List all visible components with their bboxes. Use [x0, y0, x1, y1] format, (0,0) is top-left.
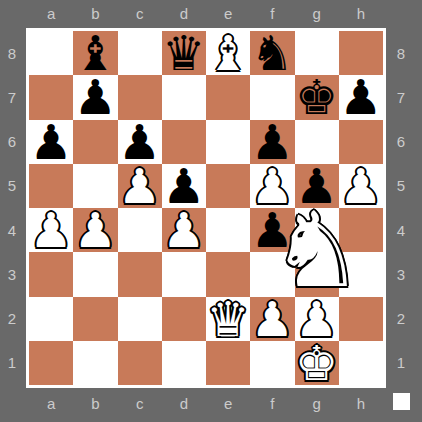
coordinate-label-g: g [295, 388, 339, 418]
coordinate-label-b: b [73, 388, 117, 418]
square-a4[interactable]: ♟ [29, 208, 73, 252]
coordinate-label-f: f [250, 0, 294, 26]
coordinate-label-3: 3 [0, 252, 24, 296]
square-e2[interactable]: ♛ [206, 297, 250, 341]
black-pawn-icon: ♟ [118, 118, 161, 166]
square-b3[interactable] [73, 252, 117, 296]
coordinate-label-h: h [339, 0, 383, 26]
square-e5[interactable] [206, 164, 250, 208]
square-f6[interactable]: ♟ [250, 120, 294, 164]
square-g6[interactable] [295, 120, 339, 164]
square-e8[interactable]: ♝ [206, 31, 250, 75]
coordinate-label-1: 1 [388, 341, 414, 385]
square-g8[interactable] [295, 31, 339, 75]
square-h8[interactable] [339, 31, 383, 75]
square-c4[interactable] [118, 208, 162, 252]
coordinate-label-1: 1 [0, 341, 24, 385]
square-f7[interactable] [250, 75, 294, 119]
square-d6[interactable] [162, 120, 206, 164]
white-pawn-icon: ♟ [118, 162, 161, 210]
coordinate-label-2: 2 [388, 297, 414, 341]
square-f1[interactable] [250, 341, 294, 385]
square-h2[interactable] [339, 297, 383, 341]
square-e4[interactable] [206, 208, 250, 252]
square-b6[interactable] [73, 120, 117, 164]
white-pawn-icon: ♟ [162, 206, 205, 254]
square-a6[interactable]: ♟ [29, 120, 73, 164]
square-d8[interactable]: ♛ [162, 31, 206, 75]
square-c8[interactable] [118, 31, 162, 75]
white-pawn-icon: ♟ [74, 206, 117, 254]
square-c6[interactable]: ♟ [118, 120, 162, 164]
square-a5[interactable] [29, 164, 73, 208]
coordinate-label-e: e [206, 388, 250, 418]
square-a2[interactable] [29, 297, 73, 341]
square-h1[interactable] [339, 341, 383, 385]
coordinate-label-b: b [73, 0, 117, 26]
black-pawn-icon: ♟ [30, 118, 73, 166]
black-pawn-icon: ♟ [339, 73, 382, 121]
white-knight-icon: ♞ [270, 198, 363, 302]
white-pawn-icon: ♟ [295, 295, 338, 343]
dragged-white-knight[interactable]: ♞ [269, 202, 365, 298]
coordinate-label-g: g [295, 0, 339, 26]
coordinate-label-c: c [118, 0, 162, 26]
coordinate-label-6: 6 [388, 120, 414, 164]
coordinate-label-5: 5 [388, 164, 414, 208]
rank-labels-left: 87654321 [0, 31, 24, 385]
square-c1[interactable] [118, 341, 162, 385]
file-labels-top: abcdefgh [29, 0, 383, 26]
white-king-icon: ♚ [295, 339, 338, 387]
chess-app: abcdefgh abcdefgh 87654321 87654321 ♝♛♝♞… [0, 0, 422, 422]
white-pawn-icon: ♟ [251, 295, 294, 343]
square-d1[interactable] [162, 341, 206, 385]
square-d2[interactable] [162, 297, 206, 341]
square-a8[interactable] [29, 31, 73, 75]
square-b8[interactable]: ♝ [73, 31, 117, 75]
black-pawn-icon: ♟ [251, 118, 294, 166]
black-bishop-icon: ♝ [74, 29, 117, 77]
coordinate-label-7: 7 [0, 75, 24, 119]
coordinate-label-c: c [118, 388, 162, 418]
square-c3[interactable] [118, 252, 162, 296]
file-labels-bottom: abcdefgh [29, 388, 383, 418]
coordinate-label-7: 7 [388, 75, 414, 119]
square-e3[interactable] [206, 252, 250, 296]
white-to-move-indicator [393, 393, 410, 410]
black-king-icon: ♚ [295, 73, 338, 121]
square-c7[interactable] [118, 75, 162, 119]
square-a7[interactable] [29, 75, 73, 119]
square-e7[interactable] [206, 75, 250, 119]
coordinate-label-6: 6 [0, 120, 24, 164]
square-a1[interactable] [29, 341, 73, 385]
white-bishop-icon: ♝ [207, 29, 250, 77]
coordinate-label-d: d [162, 388, 206, 418]
square-g2[interactable]: ♟ [295, 297, 339, 341]
square-f8[interactable]: ♞ [250, 31, 294, 75]
coordinate-label-4: 4 [0, 208, 24, 252]
square-f2[interactable]: ♟ [250, 297, 294, 341]
square-h6[interactable] [339, 120, 383, 164]
square-d4[interactable]: ♟ [162, 208, 206, 252]
square-c2[interactable] [118, 297, 162, 341]
square-b5[interactable] [73, 164, 117, 208]
coordinate-label-h: h [339, 388, 383, 418]
coordinate-label-3: 3 [388, 252, 414, 296]
square-d7[interactable] [162, 75, 206, 119]
square-h7[interactable]: ♟ [339, 75, 383, 119]
square-d3[interactable] [162, 252, 206, 296]
square-b2[interactable] [73, 297, 117, 341]
square-a3[interactable] [29, 252, 73, 296]
coordinate-label-5: 5 [0, 164, 24, 208]
black-knight-icon: ♞ [251, 29, 294, 77]
square-c5[interactable]: ♟ [118, 164, 162, 208]
coordinate-label-a: a [29, 388, 73, 418]
square-d5[interactable]: ♟ [162, 164, 206, 208]
black-queen-icon: ♛ [162, 29, 205, 77]
coordinate-label-f: f [250, 388, 294, 418]
square-e6[interactable] [206, 120, 250, 164]
rank-labels-right: 87654321 [388, 31, 414, 385]
coordinate-label-8: 8 [388, 31, 414, 75]
coordinate-label-a: a [29, 0, 73, 26]
coordinate-label-2: 2 [0, 297, 24, 341]
square-g1[interactable]: ♚ [295, 341, 339, 385]
square-b1[interactable] [73, 341, 117, 385]
square-e1[interactable] [206, 341, 250, 385]
coordinate-label-8: 8 [0, 31, 24, 75]
white-pawn-icon: ♟ [30, 206, 73, 254]
black-pawn-icon: ♟ [162, 162, 205, 210]
square-g7[interactable]: ♚ [295, 75, 339, 119]
square-b4[interactable]: ♟ [73, 208, 117, 252]
square-b7[interactable]: ♟ [73, 75, 117, 119]
coordinate-label-e: e [206, 0, 250, 26]
coordinate-label-d: d [162, 0, 206, 26]
coordinate-label-4: 4 [388, 208, 414, 252]
white-queen-icon: ♛ [207, 295, 250, 343]
black-pawn-icon: ♟ [74, 73, 117, 121]
